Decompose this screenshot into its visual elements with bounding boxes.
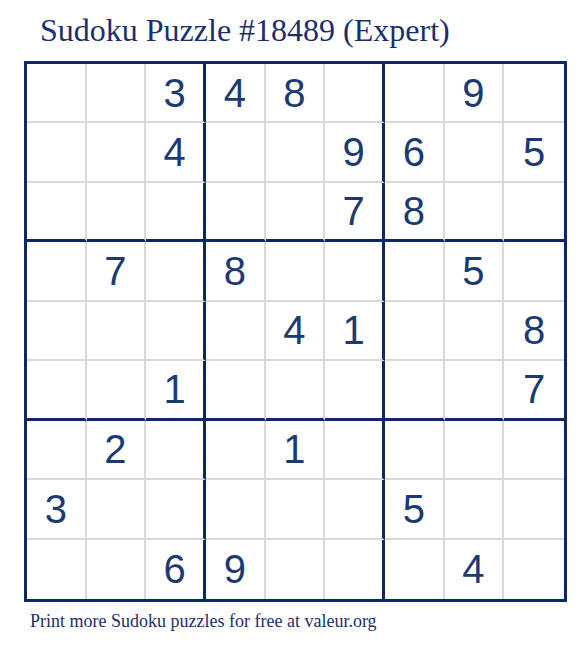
- sudoku-cell-r4c5[interactable]: [266, 242, 326, 301]
- sudoku-cell-r8c6[interactable]: [325, 480, 385, 539]
- sudoku-cell-r7c4[interactable]: [206, 421, 266, 480]
- sudoku-cell-r5c1[interactable]: [27, 302, 87, 361]
- sudoku-cell-r1c3[interactable]: 3: [146, 64, 206, 123]
- sudoku-board: 3489496578785418172135694: [24, 61, 567, 602]
- sudoku-cell-r1c6[interactable]: [325, 64, 385, 123]
- sudoku-cell-r8c3[interactable]: [146, 480, 206, 539]
- sudoku-cell-r8c2[interactable]: [87, 480, 147, 539]
- sudoku-cell-r2c7[interactable]: 6: [385, 123, 445, 182]
- sudoku-cell-r1c7[interactable]: [385, 64, 445, 123]
- sudoku-cell-r9c6[interactable]: [325, 540, 385, 599]
- sudoku-cell-r8c8[interactable]: [445, 480, 505, 539]
- sudoku-cell-r2c4[interactable]: [206, 123, 266, 182]
- sudoku-cell-r2c5[interactable]: [266, 123, 326, 182]
- sudoku-cell-r9c5[interactable]: [266, 540, 326, 599]
- sudoku-cell-r6c9[interactable]: 7: [504, 361, 564, 420]
- page-title: Sudoku Puzzle #18489 (Expert): [40, 12, 450, 49]
- sudoku-cell-r5c5[interactable]: 4: [266, 302, 326, 361]
- sudoku-cell-r3c7[interactable]: 8: [385, 183, 445, 242]
- sudoku-cell-r7c2[interactable]: 2: [87, 421, 147, 480]
- sudoku-cell-r6c6[interactable]: [325, 361, 385, 420]
- sudoku-cell-r2c2[interactable]: [87, 123, 147, 182]
- sudoku-cell-r3c4[interactable]: [206, 183, 266, 242]
- sudoku-cell-r1c9[interactable]: [504, 64, 564, 123]
- sudoku-cell-r4c8[interactable]: 5: [445, 242, 505, 301]
- sudoku-cell-r2c9[interactable]: 5: [504, 123, 564, 182]
- sudoku-cell-r6c4[interactable]: [206, 361, 266, 420]
- sudoku-cell-r7c7[interactable]: [385, 421, 445, 480]
- sudoku-cell-r8c5[interactable]: [266, 480, 326, 539]
- sudoku-cell-r7c5[interactable]: 1: [266, 421, 326, 480]
- sudoku-cell-r4c7[interactable]: [385, 242, 445, 301]
- sudoku-cell-r1c8[interactable]: 9: [445, 64, 505, 123]
- sudoku-cell-r9c7[interactable]: [385, 540, 445, 599]
- sudoku-cell-r5c7[interactable]: [385, 302, 445, 361]
- sudoku-cell-r3c8[interactable]: [445, 183, 505, 242]
- footer-credit: Print more Sudoku puzzles for free at va…: [30, 611, 377, 632]
- sudoku-cell-r5c8[interactable]: [445, 302, 505, 361]
- sudoku-cell-r5c3[interactable]: [146, 302, 206, 361]
- sudoku-cell-r3c2[interactable]: [87, 183, 147, 242]
- sudoku-cell-r7c1[interactable]: [27, 421, 87, 480]
- sudoku-cell-r3c3[interactable]: [146, 183, 206, 242]
- sudoku-cell-r4c6[interactable]: [325, 242, 385, 301]
- sudoku-cell-r9c8[interactable]: 4: [445, 540, 505, 599]
- sudoku-cell-r3c5[interactable]: [266, 183, 326, 242]
- sudoku-cell-r2c1[interactable]: [27, 123, 87, 182]
- sudoku-cell-r6c7[interactable]: [385, 361, 445, 420]
- sudoku-cell-r7c8[interactable]: [445, 421, 505, 480]
- sudoku-cell-r5c4[interactable]: [206, 302, 266, 361]
- sudoku-cell-r2c3[interactable]: 4: [146, 123, 206, 182]
- sudoku-page: Sudoku Puzzle #18489 (Expert) 3489496578…: [0, 0, 580, 651]
- sudoku-cell-r5c2[interactable]: [87, 302, 147, 361]
- sudoku-cell-r6c8[interactable]: [445, 361, 505, 420]
- sudoku-cell-r8c9[interactable]: [504, 480, 564, 539]
- sudoku-cell-r3c9[interactable]: [504, 183, 564, 242]
- sudoku-cell-r9c1[interactable]: [27, 540, 87, 599]
- sudoku-cell-r7c3[interactable]: [146, 421, 206, 480]
- sudoku-cell-r3c6[interactable]: 7: [325, 183, 385, 242]
- sudoku-cell-r6c5[interactable]: [266, 361, 326, 420]
- sudoku-cell-r7c9[interactable]: [504, 421, 564, 480]
- sudoku-cell-r5c9[interactable]: 8: [504, 302, 564, 361]
- sudoku-cell-r8c7[interactable]: 5: [385, 480, 445, 539]
- sudoku-cell-r3c1[interactable]: [27, 183, 87, 242]
- sudoku-cell-r6c2[interactable]: [87, 361, 147, 420]
- sudoku-cell-r6c3[interactable]: 1: [146, 361, 206, 420]
- sudoku-cell-r1c1[interactable]: [27, 64, 87, 123]
- sudoku-cell-r4c1[interactable]: [27, 242, 87, 301]
- sudoku-cell-r2c6[interactable]: 9: [325, 123, 385, 182]
- sudoku-cell-r4c3[interactable]: [146, 242, 206, 301]
- sudoku-cell-r1c5[interactable]: 8: [266, 64, 326, 123]
- sudoku-cell-r1c4[interactable]: 4: [206, 64, 266, 123]
- sudoku-cell-r5c6[interactable]: 1: [325, 302, 385, 361]
- sudoku-cell-r7c6[interactable]: [325, 421, 385, 480]
- sudoku-cell-r8c4[interactable]: [206, 480, 266, 539]
- sudoku-cell-r4c4[interactable]: 8: [206, 242, 266, 301]
- sudoku-cell-r8c1[interactable]: 3: [27, 480, 87, 539]
- sudoku-cell-r9c2[interactable]: [87, 540, 147, 599]
- sudoku-cell-r2c8[interactable]: [445, 123, 505, 182]
- sudoku-cell-r6c1[interactable]: [27, 361, 87, 420]
- sudoku-cell-r9c9[interactable]: [504, 540, 564, 599]
- sudoku-cell-r9c3[interactable]: 6: [146, 540, 206, 599]
- sudoku-cell-r1c2[interactable]: [87, 64, 147, 123]
- sudoku-cell-r4c9[interactable]: [504, 242, 564, 301]
- sudoku-cell-r4c2[interactable]: 7: [87, 242, 147, 301]
- sudoku-cell-r9c4[interactable]: 9: [206, 540, 266, 599]
